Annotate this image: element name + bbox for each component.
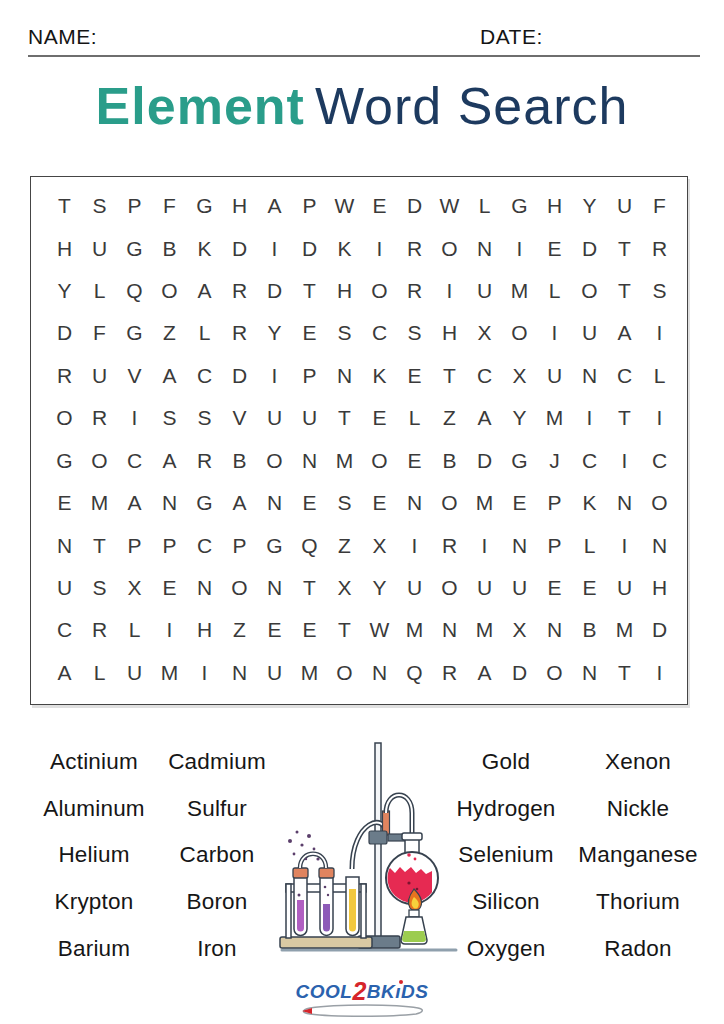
grid-cell[interactable]: U bbox=[537, 355, 572, 397]
grid-cell[interactable]: J bbox=[537, 440, 572, 482]
grid-cell[interactable]: Y bbox=[47, 270, 82, 312]
grid-cell[interactable]: M bbox=[467, 482, 502, 524]
grid-cell[interactable]: O bbox=[362, 440, 397, 482]
grid-cell[interactable]: N bbox=[257, 567, 292, 609]
grid-cell[interactable]: O bbox=[642, 482, 677, 524]
grid-cell[interactable]: I bbox=[572, 397, 607, 439]
word-list-item[interactable]: Boron bbox=[146, 879, 288, 926]
grid-cell[interactable]: U bbox=[82, 227, 117, 269]
grid-cell[interactable]: F bbox=[642, 185, 677, 227]
grid-cell[interactable]: E bbox=[292, 609, 327, 651]
grid-cell[interactable]: P bbox=[292, 355, 327, 397]
grid-cell[interactable]: G bbox=[502, 440, 537, 482]
grid-cell[interactable]: U bbox=[397, 567, 432, 609]
grid-cell[interactable]: N bbox=[572, 652, 607, 694]
grid-cell[interactable]: I bbox=[537, 312, 572, 354]
grid-cell[interactable]: Z bbox=[222, 609, 257, 651]
grid-cell[interactable]: X bbox=[467, 312, 502, 354]
grid-cell[interactable]: O bbox=[47, 397, 82, 439]
grid-cell[interactable]: C bbox=[467, 355, 502, 397]
grid-cell[interactable]: U bbox=[257, 652, 292, 694]
grid-cell[interactable]: M bbox=[502, 270, 537, 312]
grid-cell[interactable]: X bbox=[362, 524, 397, 566]
chemistry-lab-illustration bbox=[278, 736, 460, 958]
logo-ds: DS bbox=[401, 981, 428, 1002]
grid-cell[interactable]: U bbox=[47, 567, 82, 609]
grid-cell[interactable]: U bbox=[572, 312, 607, 354]
grid-cell[interactable]: S bbox=[187, 397, 222, 439]
grid-cell[interactable]: E bbox=[362, 397, 397, 439]
grid-cell[interactable]: I bbox=[642, 312, 677, 354]
grid-cell[interactable]: B bbox=[432, 440, 467, 482]
word-list-item[interactable]: Nickle bbox=[566, 786, 710, 833]
grid-cell[interactable]: S bbox=[82, 185, 117, 227]
grid-cell[interactable]: R bbox=[397, 270, 432, 312]
grid-cell[interactable]: M bbox=[152, 652, 187, 694]
grid-cell[interactable]: M bbox=[467, 609, 502, 651]
grid-cell[interactable]: R bbox=[187, 440, 222, 482]
grid-cell[interactable]: I bbox=[117, 397, 152, 439]
grid-cell[interactable]: S bbox=[327, 312, 362, 354]
grid-cell[interactable]: L bbox=[572, 524, 607, 566]
grid-cell[interactable]: V bbox=[117, 355, 152, 397]
grid-cell[interactable]: Z bbox=[152, 312, 187, 354]
grid-cell[interactable]: T bbox=[607, 652, 642, 694]
grid-cell[interactable]: L bbox=[537, 270, 572, 312]
grid-cell[interactable]: A bbox=[152, 440, 187, 482]
grid-cell[interactable]: U bbox=[607, 185, 642, 227]
grid-cell[interactable]: O bbox=[537, 652, 572, 694]
grid-cell[interactable]: A bbox=[187, 270, 222, 312]
grid-cell[interactable]: N bbox=[537, 609, 572, 651]
grid-cell[interactable]: M bbox=[292, 652, 327, 694]
grid-cell[interactable]: A bbox=[257, 185, 292, 227]
grid-cell[interactable]: A bbox=[152, 355, 187, 397]
grid-cell[interactable]: O bbox=[432, 567, 467, 609]
grid-cell[interactable]: N bbox=[642, 524, 677, 566]
grid-cell[interactable]: L bbox=[82, 270, 117, 312]
grid-cell[interactable]: X bbox=[502, 355, 537, 397]
grid-cell[interactable]: W bbox=[362, 609, 397, 651]
grid-cell[interactable]: E bbox=[362, 185, 397, 227]
logo-swoosh-icon bbox=[296, 1004, 428, 1018]
title-element-word: Element bbox=[96, 77, 305, 135]
grid-cell[interactable]: O bbox=[432, 482, 467, 524]
word-list-item[interactable]: Iron bbox=[146, 925, 288, 972]
grid-cell[interactable]: D bbox=[572, 227, 607, 269]
grid-cell[interactable]: X bbox=[117, 567, 152, 609]
grid-cell[interactable]: Y bbox=[572, 185, 607, 227]
grid-cell[interactable]: T bbox=[292, 270, 327, 312]
grid-cell[interactable]: O bbox=[222, 567, 257, 609]
grid-cell[interactable]: R bbox=[82, 397, 117, 439]
grid-cell[interactable]: C bbox=[572, 440, 607, 482]
grid-cell[interactable]: P bbox=[117, 524, 152, 566]
grid-cell[interactable]: I bbox=[397, 524, 432, 566]
grid-cell[interactable]: D bbox=[502, 652, 537, 694]
grid-cell[interactable]: S bbox=[327, 482, 362, 524]
grid-cell[interactable]: Y bbox=[362, 567, 397, 609]
grid-cell[interactable]: O bbox=[257, 440, 292, 482]
grid-cell[interactable]: P bbox=[222, 524, 257, 566]
grid-cell[interactable]: Q bbox=[397, 652, 432, 694]
grid-cell[interactable]: U bbox=[467, 270, 502, 312]
grid-cell[interactable]: K bbox=[362, 355, 397, 397]
grid-cell[interactable]: R bbox=[47, 355, 82, 397]
grid-cell[interactable]: I bbox=[607, 524, 642, 566]
tube-arc-small-icon bbox=[300, 854, 326, 868]
grid-cell[interactable]: E bbox=[397, 440, 432, 482]
grid-cell[interactable]: T bbox=[327, 397, 362, 439]
logo-bk: BK bbox=[367, 981, 395, 1002]
grid-cell[interactable]: E bbox=[47, 482, 82, 524]
grid-cell[interactable]: N bbox=[397, 482, 432, 524]
grid-cell[interactable]: H bbox=[47, 227, 82, 269]
grid-cell[interactable]: I bbox=[257, 227, 292, 269]
grid-cell[interactable]: U bbox=[467, 567, 502, 609]
grid-cell[interactable]: L bbox=[467, 185, 502, 227]
grid-cell[interactable]: N bbox=[47, 524, 82, 566]
grid-cell[interactable]: S bbox=[397, 312, 432, 354]
grid-cell[interactable]: U bbox=[607, 567, 642, 609]
grid-cell[interactable]: G bbox=[117, 312, 152, 354]
grid-cell[interactable]: P bbox=[152, 524, 187, 566]
grid-cell[interactable]: H bbox=[537, 185, 572, 227]
grid-cell[interactable]: G bbox=[257, 524, 292, 566]
grid-cell[interactable]: L bbox=[117, 609, 152, 651]
grid-cell[interactable]: L bbox=[642, 355, 677, 397]
grid-cell[interactable]: S bbox=[82, 567, 117, 609]
grid-cell[interactable]: U bbox=[292, 397, 327, 439]
grid-cell[interactable]: D bbox=[222, 355, 257, 397]
grid-cell[interactable]: I bbox=[607, 440, 642, 482]
word-list-item[interactable]: Radon bbox=[566, 925, 710, 972]
word-search-grid: TSPFGHAPWEDWLGHYUFHUGBKDIDKIRONIEDTRYLQO… bbox=[30, 176, 688, 705]
grid-cell[interactable]: G bbox=[187, 185, 222, 227]
grid-cell[interactable]: T bbox=[47, 185, 82, 227]
grid-cell[interactable]: I bbox=[257, 355, 292, 397]
grid-cell[interactable]: C bbox=[362, 312, 397, 354]
word-list-item[interactable]: Xenon bbox=[566, 739, 710, 786]
grid-cell[interactable]: O bbox=[327, 652, 362, 694]
grid-cell[interactable]: Z bbox=[432, 397, 467, 439]
grid-cell[interactable]: N bbox=[292, 440, 327, 482]
word-list-item[interactable]: Manganese bbox=[566, 832, 710, 879]
grid-cell[interactable]: O bbox=[502, 312, 537, 354]
grid-cell[interactable]: M bbox=[397, 609, 432, 651]
grid-cell[interactable]: G bbox=[502, 185, 537, 227]
grid-cell[interactable]: C bbox=[642, 440, 677, 482]
date-label: DATE: bbox=[480, 25, 543, 49]
grid-cell[interactable]: H bbox=[222, 185, 257, 227]
grid-cell[interactable]: E bbox=[537, 227, 572, 269]
word-list-item[interactable]: Cadmium bbox=[146, 739, 288, 786]
grid-cell[interactable]: R bbox=[222, 270, 257, 312]
grid-cell[interactable]: V bbox=[222, 397, 257, 439]
grid-cell[interactable]: U bbox=[502, 567, 537, 609]
grid-cell[interactable]: O bbox=[572, 270, 607, 312]
grid-cell[interactable]: Q bbox=[292, 524, 327, 566]
name-date-rule bbox=[28, 55, 700, 57]
grid-cell[interactable]: D bbox=[467, 440, 502, 482]
grid-cell[interactable]: F bbox=[82, 312, 117, 354]
grid-cell[interactable]: N bbox=[572, 355, 607, 397]
cool2bkids-logo: COOL2BKıDS bbox=[0, 977, 724, 1018]
grid-cell[interactable]: R bbox=[432, 652, 467, 694]
grid-cell[interactable]: A bbox=[47, 652, 82, 694]
grid-cell[interactable]: E bbox=[362, 482, 397, 524]
grid-cell[interactable]: A bbox=[467, 652, 502, 694]
grid-cell[interactable]: N bbox=[222, 652, 257, 694]
grid-cell[interactable]: P bbox=[537, 524, 572, 566]
grid-cell[interactable]: Z bbox=[327, 524, 362, 566]
grid-cell[interactable]: I bbox=[642, 397, 677, 439]
grid-cell[interactable]: I bbox=[152, 609, 187, 651]
grid-cell[interactable]: T bbox=[432, 355, 467, 397]
grid-cell[interactable]: Y bbox=[502, 397, 537, 439]
grid-cell[interactable]: G bbox=[117, 227, 152, 269]
worksheet-page: NAME: DATE: ElementWord Search TSPFGHAPW… bbox=[0, 0, 724, 1024]
grid-cell[interactable]: X bbox=[502, 609, 537, 651]
grid-cell[interactable]: Q bbox=[117, 270, 152, 312]
grid-cell[interactable]: I bbox=[432, 270, 467, 312]
grid-cell[interactable]: N bbox=[502, 524, 537, 566]
grid-cell[interactable]: M bbox=[607, 609, 642, 651]
grid-cell[interactable]: R bbox=[82, 609, 117, 651]
grid-cell[interactable]: N bbox=[607, 482, 642, 524]
grid-cell[interactable]: A bbox=[607, 312, 642, 354]
word-list-item[interactable]: Carbon bbox=[146, 832, 288, 879]
grid-cell[interactable]: R bbox=[432, 524, 467, 566]
grid-cell[interactable]: T bbox=[607, 270, 642, 312]
grid-cell[interactable]: G bbox=[187, 482, 222, 524]
grid-cell[interactable]: N bbox=[257, 482, 292, 524]
grid-cell[interactable]: N bbox=[187, 567, 222, 609]
grid-cell[interactable]: E bbox=[257, 609, 292, 651]
grid-cell[interactable]: T bbox=[607, 227, 642, 269]
grid-cell[interactable]: I bbox=[642, 652, 677, 694]
word-list-item[interactable]: Sulfur bbox=[146, 786, 288, 833]
grid-cell[interactable]: T bbox=[327, 609, 362, 651]
grid-cell[interactable]: E bbox=[292, 482, 327, 524]
grid-cell[interactable]: K bbox=[327, 227, 362, 269]
grid-cell[interactable]: H bbox=[187, 609, 222, 651]
grid-cell[interactable]: O bbox=[362, 270, 397, 312]
grid-cell[interactable]: I bbox=[502, 227, 537, 269]
grid-cell[interactable]: B bbox=[222, 440, 257, 482]
grid-cell[interactable]: T bbox=[82, 524, 117, 566]
grid-cell[interactable]: C bbox=[117, 440, 152, 482]
grid-cell[interactable]: L bbox=[187, 312, 222, 354]
grid-cell[interactable]: N bbox=[467, 227, 502, 269]
grid-cell[interactable]: E bbox=[537, 567, 572, 609]
grid-cell[interactable]: N bbox=[327, 355, 362, 397]
grid-cell[interactable]: U bbox=[257, 397, 292, 439]
grid-cell[interactable]: K bbox=[572, 482, 607, 524]
grid-cell[interactable]: D bbox=[47, 312, 82, 354]
logo-two: 2 bbox=[352, 977, 366, 1005]
grid-cell[interactable]: L bbox=[82, 652, 117, 694]
grid-cell[interactable]: H bbox=[642, 567, 677, 609]
logo-i: ı bbox=[395, 981, 401, 1003]
grid-cell[interactable]: U bbox=[117, 652, 152, 694]
grid-cell[interactable]: I bbox=[467, 524, 502, 566]
word-list-column-4: XenonNickleManganeseThoriumRadon bbox=[566, 739, 710, 972]
grid-cell[interactable]: W bbox=[432, 185, 467, 227]
grid-cell[interactable]: N bbox=[362, 652, 397, 694]
grid-cell[interactable]: M bbox=[82, 482, 117, 524]
grid-cell[interactable]: T bbox=[292, 567, 327, 609]
grid-cell[interactable]: E bbox=[502, 482, 537, 524]
grid-cell[interactable]: Y bbox=[257, 312, 292, 354]
name-label: NAME: bbox=[28, 25, 97, 49]
grid-cell[interactable]: F bbox=[152, 185, 187, 227]
grid-cell[interactable]: M bbox=[537, 397, 572, 439]
logo-cool: COOL bbox=[296, 981, 353, 1002]
grid-cell[interactable]: P bbox=[117, 185, 152, 227]
grid-cell[interactable]: R bbox=[642, 227, 677, 269]
grid-cell[interactable]: D bbox=[397, 185, 432, 227]
grid-cell[interactable]: D bbox=[257, 270, 292, 312]
grid-cell[interactable]: S bbox=[152, 397, 187, 439]
grid-cell[interactable]: A bbox=[467, 397, 502, 439]
grid-cell[interactable]: X bbox=[327, 567, 362, 609]
grid-cell[interactable]: I bbox=[362, 227, 397, 269]
grid-cell[interactable]: A bbox=[117, 482, 152, 524]
grid-cell[interactable]: R bbox=[222, 312, 257, 354]
grid-cell[interactable]: S bbox=[642, 270, 677, 312]
grid-cell[interactable]: I bbox=[187, 652, 222, 694]
grid-cell[interactable]: T bbox=[607, 397, 642, 439]
grid-cell[interactable]: O bbox=[152, 270, 187, 312]
test-tubes-icon bbox=[293, 868, 359, 936]
grid-cell[interactable]: W bbox=[327, 185, 362, 227]
grid-cell[interactable]: A bbox=[222, 482, 257, 524]
grid-cell[interactable]: P bbox=[292, 185, 327, 227]
grid-cell[interactable]: O bbox=[82, 440, 117, 482]
grid-cell[interactable]: D bbox=[642, 609, 677, 651]
grid-cell[interactable]: E bbox=[572, 567, 607, 609]
grid-cell[interactable]: M bbox=[327, 440, 362, 482]
grid-cell[interactable]: O bbox=[432, 227, 467, 269]
grid-cell[interactable]: C bbox=[187, 355, 222, 397]
grid-cell[interactable]: N bbox=[432, 609, 467, 651]
word-list-column-2: CadmiumSulfurCarbonBoronIron bbox=[146, 739, 288, 972]
grid-cell[interactable]: C bbox=[187, 524, 222, 566]
grid-cell[interactable]: K bbox=[187, 227, 222, 269]
grid-cell[interactable]: G bbox=[47, 440, 82, 482]
grid-cell[interactable]: R bbox=[397, 227, 432, 269]
title-word-search: Word Search bbox=[315, 77, 629, 135]
grid-cell[interactable]: B bbox=[572, 609, 607, 651]
grid-cell[interactable]: N bbox=[152, 482, 187, 524]
grid-cell[interactable]: E bbox=[292, 312, 327, 354]
grid-cell[interactable]: E bbox=[397, 355, 432, 397]
grid-cell[interactable]: D bbox=[292, 227, 327, 269]
grid-cell[interactable]: U bbox=[82, 355, 117, 397]
grid-cell[interactable]: E bbox=[152, 567, 187, 609]
grid-cell[interactable]: H bbox=[327, 270, 362, 312]
grid-cell[interactable]: D bbox=[222, 227, 257, 269]
grid-cell[interactable]: P bbox=[537, 482, 572, 524]
grid-cell[interactable]: B bbox=[152, 227, 187, 269]
word-list-item[interactable]: Thorium bbox=[566, 879, 710, 926]
page-title: ElementWord Search bbox=[0, 76, 724, 136]
grid-cell[interactable]: H bbox=[432, 312, 467, 354]
grid-cell[interactable]: C bbox=[47, 609, 82, 651]
grid-cell[interactable]: C bbox=[607, 355, 642, 397]
grid-cell[interactable]: L bbox=[397, 397, 432, 439]
